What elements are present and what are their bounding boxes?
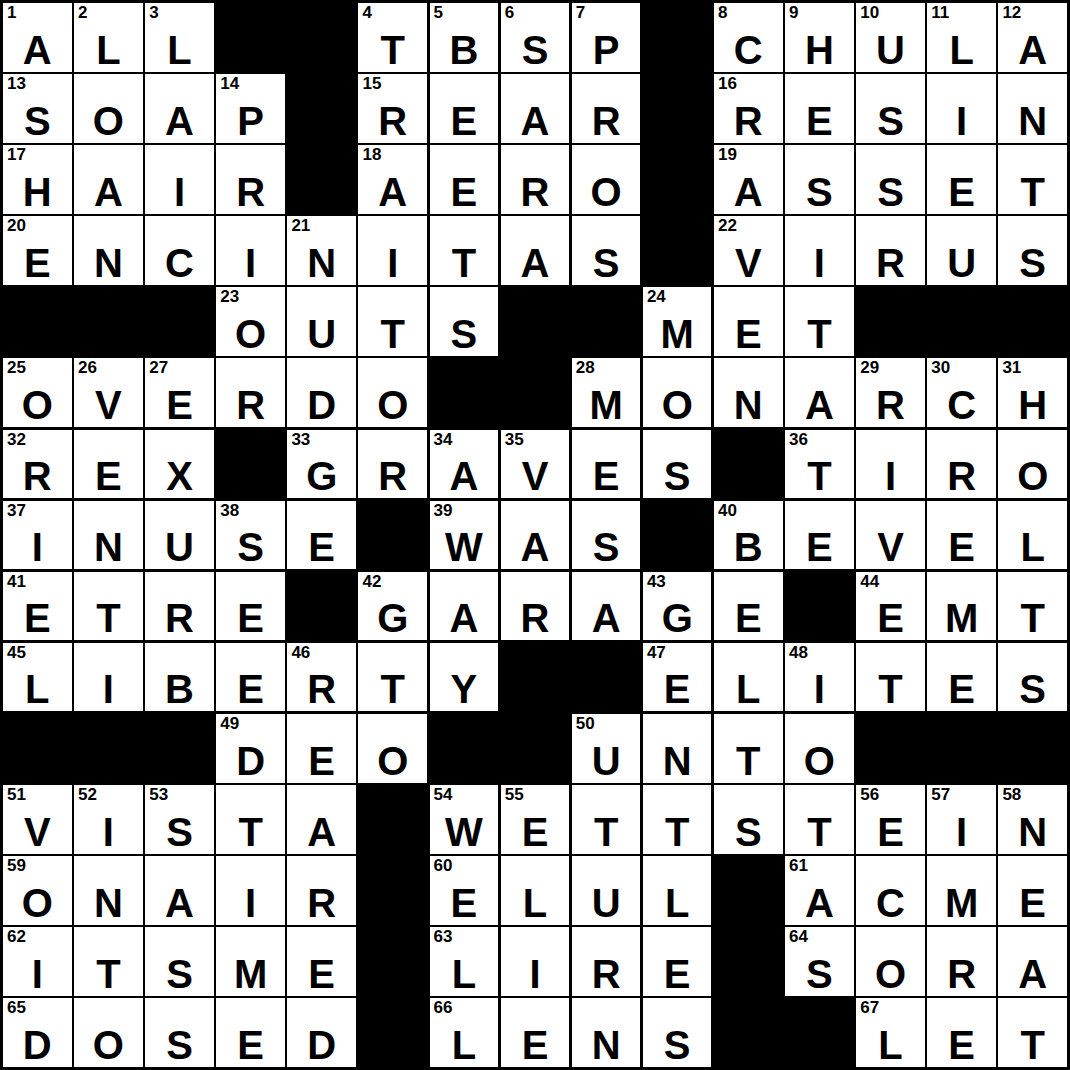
cell-r15c10[interactable]: S [643, 998, 712, 1067]
cell-r1c15[interactable]: 12A [998, 3, 1067, 72]
cell-letter: L [736, 669, 760, 709]
cell-letter: A [1018, 954, 1047, 994]
cell-r2c12[interactable]: E [785, 74, 854, 143]
cell-r14c15[interactable]: A [998, 927, 1067, 996]
cell-r12c2[interactable]: 52I [74, 785, 143, 854]
cell-r14c5[interactable]: E [287, 927, 356, 996]
cell-r11c4[interactable]: 49D [216, 714, 285, 783]
cell-r8c12[interactable]: E [785, 501, 854, 570]
cell-r6c3[interactable]: 27E [145, 358, 214, 427]
cell-r3c2[interactable]: A [74, 145, 143, 214]
cell-letter: H [805, 30, 834, 70]
cell-number: 50 [576, 715, 595, 734]
cell-r11c12[interactable]: O [785, 714, 854, 783]
cell-letter: Y [451, 669, 478, 709]
cell-letter: E [522, 1025, 549, 1065]
cell-r12c10[interactable]: T [643, 785, 712, 854]
cell-r5c6[interactable]: T [358, 287, 427, 356]
cell-letter: I [103, 812, 114, 852]
cell-r6c10[interactable]: O [643, 358, 712, 427]
cell-number: 25 [7, 359, 26, 378]
cell-r11c6[interactable]: O [358, 714, 427, 783]
black-square [785, 998, 854, 1067]
cell-letter: H [23, 172, 52, 212]
cell-letter: E [806, 527, 833, 567]
cell-r10c12[interactable]: 48I [785, 643, 854, 712]
cell-r10c6[interactable]: T [358, 643, 427, 712]
cell-number: 51 [7, 786, 26, 805]
cell-letter: L [949, 30, 973, 70]
cell-r7c12[interactable]: 36T [785, 430, 854, 499]
cell-letter: E [664, 954, 691, 994]
cell-letter: T [1020, 1025, 1044, 1065]
cell-r3c7[interactable]: E [430, 145, 499, 214]
cell-letter: S [522, 30, 549, 70]
cell-letter: R [521, 172, 550, 212]
cell-r13c7[interactable]: 60E [430, 856, 499, 925]
cell-letter: G [662, 598, 693, 638]
cell-number: 44 [860, 573, 879, 592]
cell-r15c5[interactable]: D [287, 998, 356, 1067]
cell-letter: I [103, 669, 114, 709]
cell-r14c1[interactable]: 62I [3, 927, 72, 996]
cell-letter: R [307, 883, 336, 923]
cell-r6c14[interactable]: 30C [927, 358, 996, 427]
cell-r7c5[interactable]: 33G [287, 430, 356, 499]
cell-r15c13[interactable]: 67L [856, 998, 925, 1067]
black-square [643, 501, 712, 570]
cell-r8c15[interactable]: L [998, 501, 1067, 570]
cell-r7c6[interactable]: R [358, 430, 427, 499]
cell-r10c15[interactable]: S [998, 643, 1067, 712]
cell-r9c4[interactable]: E [216, 572, 285, 641]
cell-r5c12[interactable]: T [785, 287, 854, 356]
cell-letter: U [592, 741, 621, 781]
cell-r15c15[interactable]: T [998, 998, 1067, 1067]
cell-letter: O [591, 172, 622, 212]
cell-r6c9[interactable]: 28M [572, 358, 641, 427]
cell-number: 33 [291, 431, 310, 450]
cell-r7c9[interactable]: E [572, 430, 641, 499]
cell-r6c6[interactable]: O [358, 358, 427, 427]
cell-r3c8[interactable]: R [501, 145, 570, 214]
cell-r15c2[interactable]: O [74, 998, 143, 1067]
cell-r2c15[interactable]: N [998, 74, 1067, 143]
cell-letter: E [308, 741, 335, 781]
cell-r6c5[interactable]: D [287, 358, 356, 427]
cell-r9c13[interactable]: 44E [856, 572, 925, 641]
cell-number: 34 [434, 431, 453, 450]
cell-r7c10[interactable]: S [643, 430, 712, 499]
black-square [358, 998, 427, 1067]
cell-r15c14[interactable]: E [927, 998, 996, 1067]
cell-letter: A [449, 598, 478, 638]
cell-r10c4[interactable]: E [216, 643, 285, 712]
cell-r9c6[interactable]: 42G [358, 572, 427, 641]
cell-r1c1[interactable]: 1A [3, 3, 72, 72]
cell-r13c13[interactable]: C [856, 856, 925, 925]
cell-r3c1[interactable]: 17H [3, 145, 72, 214]
cell-r7c13[interactable]: I [856, 430, 925, 499]
cell-r12c8[interactable]: 55E [501, 785, 570, 854]
cell-letter: E [664, 669, 691, 709]
cell-letter: S [664, 1025, 691, 1065]
cell-r12c15[interactable]: 58N [998, 785, 1067, 854]
cell-letter: I [814, 669, 825, 709]
cell-r1c7[interactable]: 5B [430, 3, 499, 72]
cell-number: 24 [647, 288, 666, 307]
cell-letter: O [377, 741, 408, 781]
cell-r10c7[interactable]: Y [430, 643, 499, 712]
cell-r1c2[interactable]: 2L [74, 3, 143, 72]
cell-r2c13[interactable]: S [856, 74, 925, 143]
cell-letter: H [1018, 385, 1047, 425]
cell-r2c9[interactable]: R [572, 74, 641, 143]
cell-r7c7[interactable]: 34A [430, 430, 499, 499]
cell-number: 26 [78, 359, 97, 378]
black-square [145, 714, 214, 783]
cell-r2c4[interactable]: 14P [216, 74, 285, 143]
cell-r10c3[interactable]: B [145, 643, 214, 712]
cell-letter: S [451, 314, 478, 354]
cell-r14c13[interactable]: O [856, 927, 925, 996]
cell-r5c7[interactable]: S [430, 287, 499, 356]
cell-r13c9[interactable]: U [572, 856, 641, 925]
cell-r12c7[interactable]: 54W [430, 785, 499, 854]
cell-r8c14[interactable]: E [927, 501, 996, 570]
cell-r3c6[interactable]: 18A [358, 145, 427, 214]
cell-r4c6[interactable]: I [358, 216, 427, 285]
cell-r11c10[interactable]: N [643, 714, 712, 783]
cell-r9c3[interactable]: R [145, 572, 214, 641]
cell-r4c11[interactable]: 22V [714, 216, 783, 285]
cell-letter: A [1018, 30, 1047, 70]
cell-r11c5[interactable]: E [287, 714, 356, 783]
cell-r7c14[interactable]: R [927, 430, 996, 499]
black-square [216, 3, 285, 72]
cell-r3c9[interactable]: O [572, 145, 641, 214]
cell-r5c5[interactable]: U [287, 287, 356, 356]
cell-r8c11[interactable]: 40B [714, 501, 783, 570]
cell-r3c14[interactable]: E [927, 145, 996, 214]
cell-letter: X [166, 456, 193, 496]
cell-r9c10[interactable]: 43G [643, 572, 712, 641]
cell-r15c4[interactable]: E [216, 998, 285, 1067]
cell-r13c10[interactable]: L [643, 856, 712, 925]
cell-r12c1[interactable]: 51V [3, 785, 72, 854]
cell-r14c9[interactable]: R [572, 927, 641, 996]
cell-letter: E [735, 314, 762, 354]
cell-r6c4[interactable]: R [216, 358, 285, 427]
cell-r3c4[interactable]: R [216, 145, 285, 214]
cell-r2c11[interactable]: 16R [714, 74, 783, 143]
cell-letter: A [165, 883, 194, 923]
cell-r14c2[interactable]: T [74, 927, 143, 996]
cell-r6c12[interactable]: A [785, 358, 854, 427]
cell-r14c4[interactable]: M [216, 927, 285, 996]
cell-letter: U [165, 527, 194, 567]
cell-letter: L [96, 30, 120, 70]
cell-letter: N [94, 883, 123, 923]
cell-r10c2[interactable]: I [74, 643, 143, 712]
cell-number: 35 [505, 431, 524, 450]
cell-r3c11[interactable]: 19A [714, 145, 783, 214]
cell-r4c14[interactable]: U [927, 216, 996, 285]
cell-r4c3[interactable]: C [145, 216, 214, 285]
cell-letter: C [947, 385, 976, 425]
cell-r3c12[interactable]: S [785, 145, 854, 214]
cell-r3c15[interactable]: T [998, 145, 1067, 214]
cell-letter: R [378, 101, 407, 141]
cell-r8c9[interactable]: S [572, 501, 641, 570]
cell-number: 8 [718, 4, 727, 23]
cell-r5c10[interactable]: 24M [643, 287, 712, 356]
cell-r12c12[interactable]: T [785, 785, 854, 854]
cell-letter: C [734, 30, 763, 70]
cell-r8c5[interactable]: E [287, 501, 356, 570]
cell-r14c7[interactable]: 63L [430, 927, 499, 996]
cell-r4c12[interactable]: I [785, 216, 854, 285]
cell-letter: S [877, 172, 904, 212]
cell-letter: R [592, 101, 621, 141]
cell-r5c11[interactable]: E [714, 287, 783, 356]
cell-r9c14[interactable]: M [927, 572, 996, 641]
cell-r7c2[interactable]: E [74, 430, 143, 499]
cell-number: 58 [1002, 786, 1021, 805]
cell-letter: L [452, 1025, 476, 1065]
cell-r13c5[interactable]: R [287, 856, 356, 925]
cell-letter: S [735, 812, 762, 852]
cell-r8c13[interactable]: V [856, 501, 925, 570]
cell-number: 16 [718, 75, 737, 94]
cell-letter: T [807, 314, 831, 354]
cell-letter: I [956, 812, 967, 852]
cell-r8c2[interactable]: N [74, 501, 143, 570]
cell-r7c8[interactable]: 35V [501, 430, 570, 499]
cell-r1c3[interactable]: 3L [145, 3, 214, 72]
cell-r6c15[interactable]: 31H [998, 358, 1067, 427]
cell-r13c3[interactable]: A [145, 856, 214, 925]
cell-r2c7[interactable]: E [430, 74, 499, 143]
cell-letter: R [592, 954, 621, 994]
cell-letter: P [237, 101, 264, 141]
cell-letter: S [806, 172, 833, 212]
cell-r3c13[interactable]: S [856, 145, 925, 214]
cell-letter: I [529, 954, 540, 994]
cell-r13c15[interactable]: E [998, 856, 1067, 925]
cell-r4c13[interactable]: R [856, 216, 925, 285]
cell-number: 17 [7, 146, 26, 165]
cell-r12c3[interactable]: 53S [145, 785, 214, 854]
cell-r14c14[interactable]: R [927, 927, 996, 996]
cell-r14c8[interactable]: I [501, 927, 570, 996]
cell-number: 15 [362, 75, 381, 94]
cell-r4c15[interactable]: S [998, 216, 1067, 285]
cell-r2c14[interactable]: I [927, 74, 996, 143]
cell-letter: R [236, 385, 265, 425]
cell-letter: R [378, 456, 407, 496]
black-square [358, 785, 427, 854]
cell-r7c15[interactable]: O [998, 430, 1067, 499]
cell-r13c12[interactable]: 61A [785, 856, 854, 925]
black-square [3, 714, 72, 783]
cell-r5c4[interactable]: 23O [216, 287, 285, 356]
cell-r12c13[interactable]: 56E [856, 785, 925, 854]
cell-r9c7[interactable]: A [430, 572, 499, 641]
cell-r2c3[interactable]: A [145, 74, 214, 143]
cell-r13c8[interactable]: L [501, 856, 570, 925]
cell-letter: N [94, 243, 123, 283]
cell-r1c14[interactable]: 11L [927, 3, 996, 72]
cell-r4c4[interactable]: I [216, 216, 285, 285]
cell-letter: U [592, 883, 621, 923]
cell-letter: V [877, 527, 904, 567]
cell-letter: T [381, 669, 405, 709]
cell-number: 32 [7, 431, 26, 450]
cell-letter: T [594, 812, 618, 852]
cell-r3c3[interactable]: I [145, 145, 214, 214]
cell-r9c15[interactable]: T [998, 572, 1067, 641]
cell-number: 62 [7, 928, 26, 947]
cell-r14c12[interactable]: 64S [785, 927, 854, 996]
cell-r9c11[interactable]: E [714, 572, 783, 641]
cell-letter: R [947, 954, 976, 994]
cell-r15c1[interactable]: 65D [3, 998, 72, 1067]
cell-r8c8[interactable]: A [501, 501, 570, 570]
cell-number: 10 [860, 4, 879, 23]
cell-r9c9[interactable]: A [572, 572, 641, 641]
cell-r13c1[interactable]: 59O [3, 856, 72, 925]
cell-number: 4 [362, 4, 371, 23]
cell-r12c4[interactable]: T [216, 785, 285, 854]
cell-number: 67 [860, 999, 879, 1018]
cell-r14c10[interactable]: E [643, 927, 712, 996]
cell-r8c3[interactable]: U [145, 501, 214, 570]
cell-r9c8[interactable]: R [501, 572, 570, 641]
cell-number: 23 [220, 288, 239, 307]
cell-r8c1[interactable]: 37I [3, 501, 72, 570]
black-square [430, 358, 499, 427]
black-square [287, 3, 356, 72]
cell-r1c9[interactable]: 7P [572, 3, 641, 72]
cell-r8c7[interactable]: 39W [430, 501, 499, 570]
cell-r11c9[interactable]: 50U [572, 714, 641, 783]
cell-letter: S [166, 954, 193, 994]
cell-r14c3[interactable]: S [145, 927, 214, 996]
cell-r12c5[interactable]: A [287, 785, 356, 854]
cell-letter: M [945, 883, 978, 923]
cell-r12c9[interactable]: T [572, 785, 641, 854]
cell-r2c8[interactable]: A [501, 74, 570, 143]
cell-r10c1[interactable]: 45L [3, 643, 72, 712]
cell-r12c14[interactable]: 57I [927, 785, 996, 854]
cell-r4c9[interactable]: S [572, 216, 641, 285]
cell-r10c10[interactable]: 47E [643, 643, 712, 712]
cell-r2c1[interactable]: 13S [3, 74, 72, 143]
cell-r1c12[interactable]: 9H [785, 3, 854, 72]
cell-letter: I [245, 883, 256, 923]
cell-letter: M [234, 954, 267, 994]
cell-letter: E [948, 172, 975, 212]
cell-r4c7[interactable]: T [430, 216, 499, 285]
cell-r4c8[interactable]: A [501, 216, 570, 285]
black-square [358, 927, 427, 996]
cell-r6c1[interactable]: 25O [3, 358, 72, 427]
cell-r10c14[interactable]: E [927, 643, 996, 712]
cell-r13c14[interactable]: M [927, 856, 996, 925]
cell-r2c2[interactable]: O [74, 74, 143, 143]
cell-r7c1[interactable]: 32R [3, 430, 72, 499]
cell-r9c2[interactable]: T [74, 572, 143, 641]
black-square [572, 643, 641, 712]
cell-number: 31 [1002, 359, 1021, 378]
cell-r11c11[interactable]: T [714, 714, 783, 783]
cell-number: 60 [434, 857, 453, 876]
cell-r9c1[interactable]: 41E [3, 572, 72, 641]
cell-r15c7[interactable]: 66L [430, 998, 499, 1067]
cell-number: 30 [931, 359, 950, 378]
cell-r15c9[interactable]: N [572, 998, 641, 1067]
cell-letter: N [663, 741, 692, 781]
cell-r6c2[interactable]: 26V [74, 358, 143, 427]
cell-r6c11[interactable]: N [714, 358, 783, 427]
cell-letter: D [307, 385, 336, 425]
cell-r6c13[interactable]: 29R [856, 358, 925, 427]
cell-r1c6[interactable]: 4T [358, 3, 427, 72]
cell-letter: R [734, 101, 763, 141]
cell-letter: L [1020, 527, 1044, 567]
cell-letter: S [593, 243, 620, 283]
cell-letter: I [32, 527, 43, 567]
cell-letter: A [449, 456, 478, 496]
cell-r1c13[interactable]: 10U [856, 3, 925, 72]
cell-r15c8[interactable]: E [501, 998, 570, 1067]
cell-r1c11[interactable]: 8C [714, 3, 783, 72]
cell-letter: V [522, 456, 549, 496]
cell-r4c5[interactable]: 21N [287, 216, 356, 285]
cell-letter: V [24, 812, 51, 852]
cell-r13c4[interactable]: I [216, 856, 285, 925]
cell-r4c1[interactable]: 20E [3, 216, 72, 285]
black-square [572, 287, 641, 356]
cell-r10c5[interactable]: 46R [287, 643, 356, 712]
cell-number: 19 [718, 146, 737, 165]
cell-letter: T [807, 456, 831, 496]
cell-r4c2[interactable]: N [74, 216, 143, 285]
cell-r2c6[interactable]: 15R [358, 74, 427, 143]
cell-r10c11[interactable]: L [714, 643, 783, 712]
cell-letter: T [1020, 598, 1044, 638]
cell-number: 61 [789, 857, 808, 876]
cell-r12c11[interactable]: S [714, 785, 783, 854]
cell-r1c8[interactable]: 6S [501, 3, 570, 72]
cell-number: 6 [505, 4, 514, 23]
cell-letter: U [947, 243, 976, 283]
cell-number: 29 [860, 359, 879, 378]
cell-letter: G [377, 598, 408, 638]
cell-r7c3[interactable]: X [145, 430, 214, 499]
cell-letter: B [165, 669, 194, 709]
cell-r8c4[interactable]: 38S [216, 501, 285, 570]
cell-r13c2[interactable]: N [74, 856, 143, 925]
cell-letter: O [235, 314, 266, 354]
cell-r10c13[interactable]: T [856, 643, 925, 712]
cell-r15c3[interactable]: S [145, 998, 214, 1067]
cell-letter: T [96, 598, 120, 638]
cell-number: 54 [434, 786, 453, 805]
cell-letter: R [521, 598, 550, 638]
cell-letter: A [521, 101, 550, 141]
